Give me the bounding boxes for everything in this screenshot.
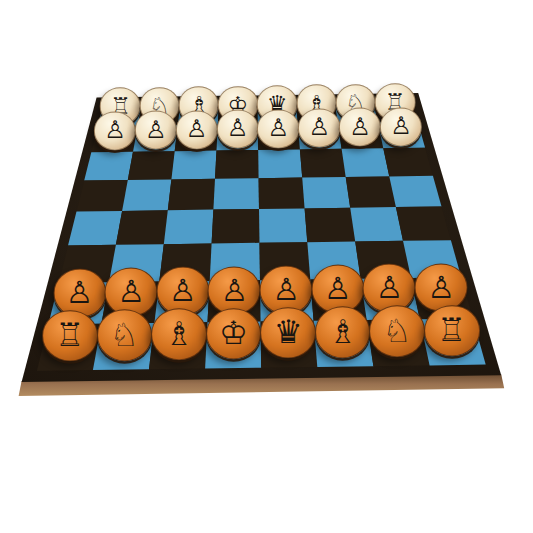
piece-bP-a7[interactable]: ♙ <box>415 263 468 312</box>
piece-bN-g8[interactable]: ♘ <box>97 309 153 361</box>
piece-bK-e8[interactable]: ♔ <box>206 308 262 360</box>
piece-bP-h7[interactable]: ♙ <box>53 268 106 317</box>
square-d3[interactable] <box>258 149 302 178</box>
piece-wP-d2[interactable]: ♙ <box>257 109 299 148</box>
piece-bR-a8[interactable]: ♖ <box>424 305 480 357</box>
piece-bB-f8[interactable]: ♗ <box>151 309 207 361</box>
square-b5[interactable] <box>350 207 403 241</box>
square-g4[interactable] <box>122 179 171 211</box>
square-f5[interactable] <box>164 210 214 245</box>
square-c5[interactable] <box>305 208 356 243</box>
black-K-glyph: ♔ <box>219 317 248 349</box>
black-P-glyph: ♙ <box>221 275 248 306</box>
piece-bP-g7[interactable]: ♙ <box>105 267 158 316</box>
square-f4[interactable] <box>168 179 215 211</box>
square-c3[interactable] <box>300 149 346 178</box>
black-P-glyph: ♙ <box>272 274 299 305</box>
piece-bR-h8[interactable]: ♖ <box>42 310 98 362</box>
photo-background: ♖♘♗♔♛♗♘♖♙♙♙♙♙♙♙♙♙♙♙♙♙♙♙♙♖♘♗♔♛♗♘♖ <box>0 0 533 533</box>
black-P-glyph: ♙ <box>169 276 196 307</box>
black-N-glyph: ♘ <box>383 315 412 347</box>
square-b3[interactable] <box>342 148 390 177</box>
black-N-glyph: ♘ <box>110 319 139 351</box>
piece-wP-a2[interactable]: ♙ <box>380 107 422 146</box>
square-d5[interactable] <box>259 208 307 242</box>
black-P-glyph: ♙ <box>66 277 93 308</box>
white-P-glyph: ♙ <box>308 116 330 140</box>
piece-wP-g2[interactable]: ♙ <box>135 111 177 150</box>
square-g5[interactable] <box>116 210 168 245</box>
black-Q-glyph: ♛ <box>274 317 303 349</box>
square-h5[interactable] <box>68 211 122 246</box>
square-d4[interactable] <box>259 178 305 209</box>
square-f3[interactable] <box>171 151 216 180</box>
black-B-glyph: ♗ <box>165 318 194 350</box>
black-B-glyph: ♗ <box>328 316 357 348</box>
white-P-glyph: ♙ <box>349 115 371 139</box>
square-e3[interactable] <box>215 150 259 179</box>
piece-wP-c2[interactable]: ♙ <box>298 108 340 147</box>
white-P-glyph: ♙ <box>145 118 167 142</box>
black-P-glyph: ♙ <box>376 273 403 304</box>
black-P-glyph: ♙ <box>117 277 144 308</box>
square-a5[interactable] <box>396 207 451 241</box>
square-h3[interactable] <box>84 152 133 181</box>
square-c4[interactable] <box>302 177 350 208</box>
white-P-glyph: ♙ <box>186 117 208 141</box>
square-g3[interactable] <box>128 151 175 180</box>
square-e4[interactable] <box>213 178 259 209</box>
white-P-glyph: ♙ <box>390 115 412 139</box>
square-a3[interactable] <box>383 148 433 177</box>
square-h4[interactable] <box>77 180 128 212</box>
square-a4[interactable] <box>389 176 441 207</box>
square-b4[interactable] <box>346 176 396 207</box>
piece-bB-c8[interactable]: ♗ <box>315 306 371 358</box>
piece-wP-b2[interactable]: ♙ <box>339 108 381 147</box>
white-P-glyph: ♙ <box>268 116 290 140</box>
black-P-glyph: ♙ <box>427 272 454 303</box>
black-P-glyph: ♙ <box>324 274 351 305</box>
white-P-glyph: ♙ <box>227 117 249 141</box>
black-R-glyph: ♖ <box>437 314 466 346</box>
piece-bN-b8[interactable]: ♘ <box>369 306 425 358</box>
piece-wP-e2[interactable]: ♙ <box>216 109 258 148</box>
piece-wP-h2[interactable]: ♙ <box>94 111 136 150</box>
piece-bQ-d8[interactable]: ♛ <box>260 307 316 359</box>
piece-wP-f2[interactable]: ♙ <box>176 110 218 149</box>
square-e5[interactable] <box>212 209 260 244</box>
black-R-glyph: ♖ <box>56 320 85 352</box>
white-P-glyph: ♙ <box>104 119 126 143</box>
